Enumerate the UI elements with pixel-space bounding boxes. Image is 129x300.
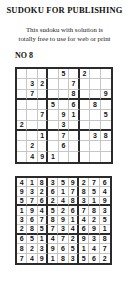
solution-cell: 5 xyxy=(79,254,89,263)
puzzle-cell xyxy=(48,79,58,89)
puzzle-cell xyxy=(69,131,79,141)
solution-cell: 7 xyxy=(69,187,79,196)
puzzle-cell: 9 xyxy=(59,110,69,120)
solution-cell: 6 xyxy=(69,206,79,215)
puzzle-cell: 3 xyxy=(59,121,69,131)
solution-cell: 1 xyxy=(79,244,89,253)
solution-cell: 2 xyxy=(38,187,48,196)
solution-cell: 7 xyxy=(100,244,110,253)
subtitle-line-1: This sudoku with solution is xyxy=(0,26,129,35)
puzzle-cell xyxy=(90,69,100,79)
solution-cell: 6 xyxy=(89,254,99,263)
puzzle-cell xyxy=(69,69,79,79)
solution-cell: 8 xyxy=(38,178,48,187)
solution-cell: 9 xyxy=(89,225,99,234)
puzzle-cell: 5 xyxy=(48,100,58,110)
solution-cell: 2 xyxy=(17,225,27,234)
puzzle-cell xyxy=(101,121,111,131)
puzzle-cell xyxy=(90,141,100,151)
solution-cell: 4 xyxy=(27,254,37,263)
puzzle-number: NO 8 xyxy=(15,51,33,60)
subtitle: This sudoku with solution is totally fre… xyxy=(0,26,129,43)
solution-cell: 3 xyxy=(58,225,68,234)
puzzle-cell xyxy=(80,100,90,110)
puzzle-cell xyxy=(17,69,27,79)
puzzle-cell xyxy=(27,110,37,120)
solution-cell: 4 xyxy=(100,187,110,196)
solution-cell: 2 xyxy=(48,197,58,206)
page-title: SUDOKU FOR PUBLISHING xyxy=(0,5,129,15)
solution-cell: 5 xyxy=(17,197,27,206)
puzzle-cell xyxy=(48,121,58,131)
puzzle-cell: 7 xyxy=(69,79,79,89)
puzzle-cell: 6 xyxy=(59,141,69,151)
solution-cell: 7 xyxy=(58,235,68,244)
puzzle-cell xyxy=(80,141,90,151)
solution-cell: 6 xyxy=(27,216,37,225)
solution-cell: 7 xyxy=(17,254,27,263)
solution-cell: 9 xyxy=(69,178,79,187)
solution-cell: 1 xyxy=(100,225,110,234)
solution-cell: 9 xyxy=(58,216,68,225)
solution-cell: 4 xyxy=(58,197,68,206)
solution-cell: 2 xyxy=(69,235,79,244)
solution-cell: 1 xyxy=(58,187,68,196)
solution-cell: 7 xyxy=(38,216,48,225)
puzzle-cell xyxy=(80,131,90,141)
solution-cell: 2 xyxy=(58,206,68,215)
puzzle-cell xyxy=(17,141,27,151)
puzzle-cell: 2 xyxy=(27,141,37,151)
solution-cell: 3 xyxy=(89,235,99,244)
puzzle-cell: 5 xyxy=(59,69,69,79)
puzzle-cell: 4 xyxy=(27,152,37,162)
puzzle-cell xyxy=(90,152,100,162)
puzzle-cell xyxy=(38,90,48,100)
puzzle-cell: 2 xyxy=(38,79,48,89)
solution-cell: 6 xyxy=(38,197,48,206)
puzzle-cell xyxy=(27,121,37,131)
solution-cell: 3 xyxy=(17,216,27,225)
puzzle-cell xyxy=(90,79,100,89)
solution-cell: 2 xyxy=(89,216,99,225)
puzzle-cell xyxy=(80,79,90,89)
solution-cell: 6 xyxy=(58,244,68,253)
solution-cell: 4 xyxy=(89,244,99,253)
puzzle-cell: 5 xyxy=(101,110,111,120)
puzzle-cell: 7 xyxy=(38,110,48,120)
puzzle-cell xyxy=(101,141,111,151)
puzzle-cell xyxy=(80,90,90,100)
puzzle-cell xyxy=(80,121,90,131)
subtitle-line-2: totally free to use for web or print xyxy=(0,35,129,44)
puzzle-cell: 1 xyxy=(38,131,48,141)
puzzle-cell: 7 xyxy=(27,90,37,100)
puzzle-cell: 8 xyxy=(90,100,100,110)
solution-cell: 8 xyxy=(100,235,110,244)
puzzle-cell xyxy=(17,90,27,100)
puzzle-cell: 8 xyxy=(69,90,79,100)
puzzle-cell xyxy=(101,69,111,79)
puzzle-cell xyxy=(27,69,37,79)
puzzle-cell: 2 xyxy=(80,69,90,79)
solution-cell: 6 xyxy=(100,178,110,187)
solution-cell: 9 xyxy=(17,187,27,196)
solution-cell: 5 xyxy=(58,178,68,187)
solution-cell: 3 xyxy=(100,206,110,215)
solution-cell: 8 xyxy=(69,197,79,206)
puzzle-cell xyxy=(90,121,100,131)
solution-cell: 8 xyxy=(17,244,27,253)
solution-cell: 2 xyxy=(100,254,110,263)
puzzle-cell xyxy=(80,110,90,120)
solution-cell: 8 xyxy=(48,216,58,225)
puzzle-cell xyxy=(38,69,48,79)
puzzle-cell xyxy=(17,79,27,89)
solution-cell: 5 xyxy=(48,206,58,215)
solution-cell: 3 xyxy=(48,178,58,187)
puzzle-cell xyxy=(69,141,79,151)
solution-cell: 8 xyxy=(27,225,37,234)
solution-cell: 4 xyxy=(48,235,58,244)
puzzle-cell xyxy=(101,79,111,89)
solution-cell: 6 xyxy=(48,187,58,196)
puzzle-cell xyxy=(38,121,48,131)
solution-cell: 3 xyxy=(27,187,37,196)
puzzle-cell xyxy=(90,90,100,100)
puzzle-cell xyxy=(59,79,69,89)
puzzle-cell: 8 xyxy=(101,131,111,141)
puzzle-cell: 3 xyxy=(90,131,100,141)
puzzle-cell: 7 xyxy=(59,131,69,141)
puzzle-cell xyxy=(48,110,58,120)
solution-cell: 1 xyxy=(89,197,99,206)
solution-cell: 8 xyxy=(79,187,89,196)
solution-cell: 4 xyxy=(79,216,89,225)
puzzle-cell xyxy=(69,121,79,131)
puzzle-cell: 9 xyxy=(38,152,48,162)
solution-cell: 5 xyxy=(100,216,110,225)
solution-cell: 4 xyxy=(38,206,48,215)
puzzle-cell: 1 xyxy=(69,110,79,120)
puzzle-cell xyxy=(48,90,58,100)
solution-cell: 9 xyxy=(38,254,48,263)
solution-cell: 6 xyxy=(79,225,89,234)
puzzle-cell: 2 xyxy=(17,121,27,131)
solution-cell: 8 xyxy=(58,254,68,263)
puzzle-cell: 1 xyxy=(48,152,58,162)
puzzle-cell xyxy=(17,110,27,120)
sudoku-sheet: SUDOKU FOR PUBLISHING This sudoku with s… xyxy=(0,0,129,300)
puzzle-cell xyxy=(59,152,69,162)
puzzle-cell xyxy=(17,131,27,141)
solution-cell: 9 xyxy=(48,244,58,253)
puzzle-cell xyxy=(59,90,69,100)
puzzle-cell xyxy=(48,69,58,79)
solution-cell: 4 xyxy=(17,178,27,187)
solution-cell: 2 xyxy=(79,178,89,187)
puzzle-cell xyxy=(101,100,111,110)
puzzle-cell xyxy=(48,141,58,151)
puzzle-cell xyxy=(101,152,111,162)
solution-cell: 1 xyxy=(69,216,79,225)
solution-cell: 5 xyxy=(27,235,37,244)
puzzle-cell xyxy=(69,152,79,162)
solution-cell: 3 xyxy=(38,244,48,253)
solution-cell: 3 xyxy=(79,197,89,206)
solution-cell: 1 xyxy=(38,235,48,244)
solution-cell: 2 xyxy=(27,244,37,253)
solution-cell: 5 xyxy=(69,244,79,253)
solution-cell: 4 xyxy=(69,225,79,234)
puzzle-cell xyxy=(48,131,58,141)
solution-cell: 9 xyxy=(79,235,89,244)
puzzle-cell xyxy=(90,110,100,120)
puzzle-cell xyxy=(38,100,48,110)
solution-cell: 1 xyxy=(27,178,37,187)
solution-cell: 1 xyxy=(48,254,58,263)
puzzle-cell xyxy=(17,100,27,110)
solution-cell: 3 xyxy=(69,254,79,263)
puzzle-cell: 6 xyxy=(69,100,79,110)
solution-cell: 7 xyxy=(48,225,58,234)
puzzle-cell xyxy=(38,141,48,151)
puzzle-cell xyxy=(27,100,37,110)
solution-cell: 1 xyxy=(17,206,27,215)
solution-cell: 8 xyxy=(89,206,99,215)
puzzle-cell xyxy=(59,100,69,110)
sudoku-puzzle-grid: 52327789568791523173826491 xyxy=(15,67,113,164)
solution-cell: 7 xyxy=(27,197,37,206)
solution-cell: 7 xyxy=(89,178,99,187)
solution-cell: 6 xyxy=(17,235,27,244)
solution-cell: 7 xyxy=(79,206,89,215)
solution-cell: 9 xyxy=(27,206,37,215)
puzzle-cell xyxy=(17,152,27,162)
puzzle-cell: 3 xyxy=(27,79,37,89)
puzzle-cell xyxy=(80,152,90,162)
solution-cell: 5 xyxy=(89,187,99,196)
sudoku-solution-grid: 4183592769326178545762483191945267833678… xyxy=(15,176,112,265)
puzzle-cell: 9 xyxy=(101,90,111,100)
solution-cell: 9 xyxy=(100,197,110,206)
solution-cell: 5 xyxy=(38,225,48,234)
puzzle-cell xyxy=(27,131,37,141)
